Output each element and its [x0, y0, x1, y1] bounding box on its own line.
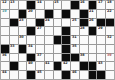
- grid-cell-r1c5[interactable]: 14: [36, 1, 44, 9]
- grid-cell-r4c7[interactable]: [54, 27, 62, 35]
- grid-cell-r4c10[interactable]: 28: [80, 27, 88, 35]
- grid-cell-r7c1[interactable]: 36: [1, 54, 9, 62]
- grid-cell-r7c5[interactable]: 37: [36, 54, 44, 62]
- black-cell-r9c4: [27, 71, 35, 79]
- black-cell-r2c6: [45, 10, 53, 18]
- grid-cell-r3c4[interactable]: [27, 19, 35, 27]
- grid-cell-r9c1[interactable]: 44: [1, 71, 9, 79]
- grid-cell-r6c2[interactable]: 33: [10, 45, 18, 53]
- black-cell-r6c8: [62, 45, 70, 53]
- clue-number-r1c5: 14: [37, 1, 42, 4]
- clue-number-r3c11: 26: [89, 19, 94, 22]
- clue-number-r4c12: 29: [98, 27, 103, 30]
- clue-number-r9c5: 45: [37, 71, 42, 74]
- grid-cell-r5c9[interactable]: 31: [71, 36, 79, 44]
- grid-cell-r1c13[interactable]: 18: [106, 1, 114, 9]
- grid-cell-r1c3[interactable]: [19, 1, 27, 9]
- clue-number-r8c12: 43: [98, 62, 103, 65]
- clue-number-r6c2: 33: [10, 45, 15, 48]
- clue-number-r7c5: 37: [37, 54, 42, 57]
- grid-cell-r7c3[interactable]: [19, 54, 27, 62]
- black-cell-r1c9: [71, 1, 79, 9]
- grid-cell-r5c5[interactable]: [36, 36, 44, 44]
- clue-number-r2c4: 20: [28, 10, 33, 13]
- black-cell-r4c4: [27, 27, 35, 35]
- clue-number-r1c13: 18: [107, 1, 112, 4]
- grid-cell-r7c7[interactable]: [54, 54, 62, 62]
- grid-cell-r4c13[interactable]: [106, 27, 114, 35]
- clue-number-r5c13: 32: [107, 36, 112, 39]
- grid-cell-r5c4[interactable]: [27, 36, 35, 44]
- grid-cell-r2c9[interactable]: [71, 10, 79, 18]
- clue-number-r3c6: 24: [45, 19, 50, 22]
- black-cell-r7c4: [27, 54, 35, 62]
- clue-number-r2c13: 22: [107, 10, 112, 13]
- grid-cell-r6c6[interactable]: [45, 45, 53, 53]
- grid-cell-r5c2[interactable]: [10, 36, 18, 44]
- grid-cell-r8c8[interactable]: 42: [62, 62, 70, 70]
- grid-cell-r4c2[interactable]: [10, 27, 18, 35]
- clue-number-r4c10: 28: [80, 27, 85, 30]
- clue-number-r6c4: 34: [28, 45, 33, 48]
- clue-number-r8c8: 42: [63, 62, 68, 65]
- clue-number-r6c9: 35: [72, 45, 77, 48]
- grid-cell-r2c7[interactable]: [54, 10, 62, 18]
- black-cell-r3c13: [106, 19, 114, 27]
- clue-number-r8c6: 41: [45, 62, 50, 65]
- black-cell-r4c11: [89, 27, 97, 35]
- grid-cell-r6c10[interactable]: [80, 45, 88, 53]
- clue-number-r7c10: 38: [80, 54, 85, 57]
- grid-cell-r8c5[interactable]: [36, 62, 44, 70]
- grid-cell-r8c13[interactable]: [106, 62, 114, 70]
- grid-cell-r8c4[interactable]: 40: [27, 62, 35, 70]
- grid-cell-r5c6[interactable]: [45, 36, 53, 44]
- black-cell-r4c8: [62, 27, 70, 35]
- grid-cell-r3c6[interactable]: 24: [45, 19, 53, 27]
- grid-cell-r8c6[interactable]: 41: [45, 62, 53, 70]
- grid-cell-r5c11[interactable]: [89, 36, 97, 44]
- black-cell-r3c10: [80, 19, 88, 27]
- grid-cell-r2c4[interactable]: 20: [27, 10, 35, 18]
- clue-number-r1c10: 16: [80, 1, 85, 4]
- clue-number-r1c12: 17: [98, 1, 103, 4]
- clue-number-r8c4: 40: [28, 62, 33, 65]
- clue-number-r7c13: 39: [107, 54, 112, 57]
- grid-cell-r4c5[interactable]: 27: [36, 27, 44, 35]
- grid-cell-r7c12[interactable]: [97, 54, 105, 62]
- clue-number-r1c2: 13: [10, 1, 15, 4]
- grid-cell-r7c13[interactable]: 39: [106, 54, 114, 62]
- grid-cell-r7c10[interactable]: 38: [80, 54, 88, 62]
- black-cell-r5c7: [54, 36, 62, 44]
- grid-cell-r6c4[interactable]: 34: [27, 45, 35, 53]
- grid-cell-r9c3[interactable]: [19, 71, 27, 79]
- black-cell-r2c3: [19, 10, 27, 18]
- grid-cell-r6c12[interactable]: [97, 45, 105, 53]
- grid-cell-r7c11[interactable]: [89, 54, 97, 62]
- grid-cell-r9c5[interactable]: 45: [36, 71, 44, 79]
- grid-cell-r6c5[interactable]: [36, 45, 44, 53]
- grid-cell-r9c10[interactable]: [80, 71, 88, 79]
- grid-cell-r1c6[interactable]: [45, 1, 53, 9]
- grid-cell-r4c6[interactable]: [45, 27, 53, 35]
- black-cell-r2c10: [80, 10, 88, 18]
- black-cell-r8c7: [54, 62, 62, 70]
- grid-cell-r1c12[interactable]: 17: [97, 1, 105, 9]
- grid-cell-r5c13[interactable]: 32: [106, 36, 114, 44]
- crossword-grid: 1213141516171819202122232425262728293031…: [0, 0, 115, 80]
- grid-cell-r3c7[interactable]: [54, 19, 62, 27]
- black-cell-r1c4: [27, 1, 35, 9]
- grid-cell-r7c2[interactable]: [10, 54, 18, 62]
- grid-cell-r2c1[interactable]: 19: [1, 10, 9, 18]
- black-cell-r5c8: [62, 36, 70, 44]
- grid-cell-r1c8[interactable]: [62, 1, 70, 9]
- grid-cell-r9c7[interactable]: [54, 71, 62, 79]
- grid-cell-r6c7[interactable]: [54, 45, 62, 53]
- black-cell-r2c8: [62, 10, 70, 18]
- black-cell-r7c9: [71, 54, 79, 62]
- grid-cell-r3c3[interactable]: 23: [19, 19, 27, 27]
- grid-cell-r9c9[interactable]: 46: [71, 71, 79, 79]
- grid-cell-r1c10[interactable]: 16: [80, 1, 88, 9]
- clue-number-r4c5: 27: [37, 27, 42, 30]
- grid-cell-r1c2[interactable]: 13: [10, 1, 18, 9]
- grid-cell-r9c6[interactable]: [45, 71, 53, 79]
- grid-cell-r4c9[interactable]: [71, 27, 79, 35]
- grid-cell-r2c2[interactable]: [10, 10, 18, 18]
- grid-cell-r4c1[interactable]: [1, 27, 9, 35]
- grid-cell-r8c1[interactable]: [1, 62, 9, 70]
- clue-number-r2c11: 21: [89, 10, 94, 13]
- clue-number-r9c1: 44: [2, 71, 7, 74]
- black-cell-r8c2: [10, 62, 18, 70]
- grid-cell-r5c10[interactable]: [80, 36, 88, 44]
- grid-cell-r6c11[interactable]: [89, 45, 97, 53]
- black-cell-r3c5: [36, 19, 44, 27]
- grid-cell-r8c12[interactable]: 43: [97, 62, 105, 70]
- black-cell-r3c12: [97, 19, 105, 27]
- grid-cell-r3c9[interactable]: 25: [71, 19, 79, 27]
- grid-cell-r5c3[interactable]: 30: [19, 36, 27, 44]
- black-cell-r9c8: [62, 71, 70, 79]
- grid-cell-r6c9[interactable]: 35: [71, 45, 79, 53]
- black-cell-r8c10: [80, 62, 88, 70]
- clue-number-r5c9: 31: [72, 36, 77, 39]
- black-cell-r6c3: [19, 45, 27, 53]
- clue-number-r3c3: 23: [19, 19, 24, 22]
- grid-cell-r8c3[interactable]: [19, 62, 27, 70]
- grid-cell-r3c1[interactable]: [1, 19, 9, 27]
- black-cell-r9c12: [97, 71, 105, 79]
- black-cell-r8c11: [89, 62, 97, 70]
- clue-number-r9c9: 46: [72, 71, 77, 74]
- black-cell-r3c2: [10, 19, 18, 27]
- grid-cell-r3c11[interactable]: 26: [89, 19, 97, 27]
- grid-cell-r5c12[interactable]: [97, 36, 105, 44]
- black-cell-r9c11: [89, 71, 97, 79]
- grid-cell-r5c1[interactable]: [1, 36, 9, 44]
- clue-number-r7c1: 36: [2, 54, 7, 57]
- grid-cell-r4c3[interactable]: [19, 27, 27, 35]
- clue-number-r1c7: 15: [54, 1, 59, 4]
- grid-cell-r1c1[interactable]: 12: [1, 1, 9, 9]
- black-cell-r6c1: [1, 45, 9, 53]
- clue-number-r3c9: 25: [72, 19, 77, 22]
- grid-cell-r3c8[interactable]: [62, 19, 70, 27]
- grid-cell-r6c13[interactable]: [106, 45, 114, 53]
- grid-cell-r8c9[interactable]: [71, 62, 79, 70]
- grid-cell-r9c2[interactable]: [10, 71, 18, 79]
- grid-cell-r4c12[interactable]: 29: [97, 27, 105, 35]
- grid-cell-r2c12[interactable]: [97, 10, 105, 18]
- grid-cell-r9c13[interactable]: [106, 71, 114, 79]
- grid-cell-r7c6[interactable]: [45, 54, 53, 62]
- clue-number-r1c1: 12: [2, 1, 7, 4]
- grid-cell-r2c5[interactable]: [36, 10, 44, 18]
- black-cell-r1c11: [89, 1, 97, 9]
- black-cell-r7c8: [62, 54, 70, 62]
- grid-cell-r2c11[interactable]: 21: [89, 10, 97, 18]
- grid-cell-r2c13[interactable]: 22: [106, 10, 114, 18]
- grid-cell-r1c7[interactable]: 15: [54, 1, 62, 9]
- clue-number-r2c1: 19: [2, 10, 7, 13]
- clue-number-r5c3: 30: [19, 36, 24, 39]
